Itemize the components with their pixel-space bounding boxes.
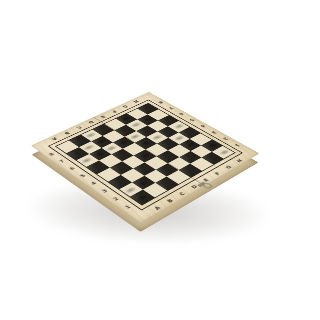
rank-label-left: 1 (123, 204, 132, 210)
board-square-b1 (143, 183, 167, 197)
rank-label-right: 6 (178, 112, 185, 116)
board-square-c1 (155, 177, 179, 191)
file-label-front: D (189, 184, 198, 189)
board-square-a3 (108, 175, 132, 189)
file-label-front: C (177, 191, 186, 196)
file-label-front: B (165, 198, 174, 204)
board-square-e3 (156, 150, 179, 163)
rank-label-left: 5 (78, 173, 86, 178)
rank-label-left: 6 (67, 166, 75, 171)
board-square-e2 (167, 157, 190, 170)
rank-label-right: 8 (157, 100, 164, 104)
board-square-b5 (99, 155, 122, 168)
board-square-d2 (156, 163, 179, 176)
board-square-b3 (120, 169, 143, 183)
rank-label-left: 3 (100, 188, 108, 193)
board-square-d3 (145, 156, 168, 169)
board-square-b4 (110, 162, 133, 175)
board-square-b2 (131, 176, 155, 190)
board-square-a1 (130, 190, 154, 205)
rank-label-right: 7 (167, 106, 174, 110)
board-square-c2 (144, 169, 167, 183)
rank-label-right: 4 (199, 124, 207, 128)
file-label-front: A (152, 205, 161, 211)
board-square-g1 (201, 152, 224, 165)
board-square-a5 (87, 161, 110, 174)
board-square-a4 (97, 168, 120, 182)
board-square-d1 (167, 170, 190, 184)
rank-label-left: 8 (47, 152, 55, 157)
chess-set-photo: AABBCCDDEEFFGGHH1122334455667788 ♛♚♞♝♟♟♟… (0, 0, 320, 320)
board-square-e1 (179, 164, 202, 177)
rank-label-left: 7 (57, 158, 65, 163)
file-label-front: H (234, 158, 243, 163)
board-square-c5 (111, 149, 134, 162)
board-square-c3 (133, 162, 156, 175)
rank-label-left: 4 (89, 180, 97, 185)
rank-label-left: 2 (111, 196, 119, 201)
board-square-f1 (190, 158, 213, 171)
rank-label-right: 3 (210, 130, 218, 134)
board-square-f2 (179, 151, 202, 164)
board-square-a2 (119, 182, 143, 196)
file-label-front: F (213, 171, 221, 176)
file-label-front: G (223, 164, 232, 169)
file-label-front: E (201, 177, 209, 182)
board-square-c4 (122, 155, 145, 168)
